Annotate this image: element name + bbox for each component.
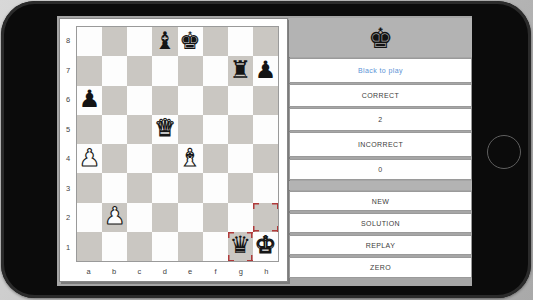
square-c6[interactable] [127, 86, 152, 115]
square-a1[interactable] [77, 232, 102, 261]
square-e3[interactable] [178, 173, 203, 202]
square-g6[interactable] [228, 86, 253, 115]
square-a8[interactable] [77, 27, 102, 56]
square-e6[interactable] [178, 86, 203, 115]
square-e5[interactable] [178, 115, 203, 144]
zero-button[interactable]: ZERO [289, 257, 472, 278]
black-king-e8[interactable]: ♚ [179, 29, 201, 53]
rank-label-2: 2 [60, 203, 76, 233]
square-g5[interactable] [228, 115, 253, 144]
square-e7[interactable] [178, 56, 203, 85]
square-a3[interactable] [77, 173, 102, 202]
square-g1[interactable]: ♛ [228, 232, 253, 261]
square-d5[interactable]: ♛ [152, 115, 177, 144]
square-f7[interactable] [203, 56, 228, 85]
rank-label-8: 8 [60, 26, 76, 56]
rank-label-1: 1 [60, 233, 76, 263]
square-b6[interactable] [102, 86, 127, 115]
home-button[interactable] [487, 135, 521, 169]
square-h8[interactable] [253, 27, 278, 56]
square-g4[interactable] [228, 144, 253, 173]
square-h2[interactable] [253, 203, 278, 232]
square-f1[interactable] [203, 232, 228, 261]
square-d1[interactable] [152, 232, 177, 261]
new-button[interactable]: NEW [289, 191, 472, 211]
incorrect-count: 0 [289, 159, 472, 180]
file-label-b: b [101, 262, 126, 281]
white-king-h1[interactable]: ♚ [255, 233, 277, 257]
square-b3[interactable] [102, 173, 127, 202]
turn-banner: ♚ [289, 18, 472, 57]
black-king-icon: ♚ [368, 25, 393, 53]
square-g7[interactable]: ♜ [228, 56, 253, 85]
correct-count: 2 [289, 108, 472, 131]
file-label-h: h [254, 262, 279, 281]
square-c7[interactable] [127, 56, 152, 85]
square-f6[interactable] [203, 86, 228, 115]
replay-button[interactable]: REPLAY [289, 235, 472, 255]
square-h1[interactable]: ♚ [253, 232, 278, 261]
file-label-c: c [127, 262, 152, 281]
square-c4[interactable] [127, 144, 152, 173]
white-bishop-e4[interactable]: ♝ [179, 146, 201, 170]
square-c5[interactable] [127, 115, 152, 144]
incorrect-label: INCORRECT [289, 132, 472, 157]
square-a4[interactable]: ♟ [77, 144, 102, 173]
white-pawn-b2[interactable]: ♟ [104, 204, 126, 228]
square-h3[interactable] [253, 173, 278, 202]
rank-label-7: 7 [60, 56, 76, 86]
white-queen-d5[interactable]: ♛ [154, 116, 176, 140]
square-c1[interactable] [127, 232, 152, 261]
black-pawn-h7[interactable]: ♟ [255, 58, 277, 82]
square-h6[interactable] [253, 86, 278, 115]
square-h4[interactable] [253, 144, 278, 173]
square-e1[interactable] [178, 232, 203, 261]
file-label-g: g [228, 262, 253, 281]
rank-label-5: 5 [60, 115, 76, 145]
black-rook-g7[interactable]: ♜ [230, 58, 252, 82]
chess-board: 87654321 ♝♚♜♟♟♛♟♝♟♛♚ abcdefgh [59, 18, 288, 282]
square-h7[interactable]: ♟ [253, 56, 278, 85]
square-e4[interactable]: ♝ [178, 144, 203, 173]
app-screen: 87654321 ♝♚♜♟♟♛♟♝♟♛♚ abcdefgh ♚ Black to… [57, 16, 472, 286]
square-f2[interactable] [203, 203, 228, 232]
side-panel: ♚ Black to play CORRECT 2 INCORRECT 0 NE… [289, 18, 472, 284]
black-pawn-a6[interactable]: ♟ [79, 87, 101, 111]
square-b8[interactable] [102, 27, 127, 56]
square-b1[interactable] [102, 232, 127, 261]
square-a5[interactable] [77, 115, 102, 144]
square-h5[interactable] [253, 115, 278, 144]
black-bishop-d8[interactable]: ♝ [154, 29, 176, 53]
square-c2[interactable] [127, 203, 152, 232]
board-grid: ♝♚♜♟♟♛♟♝♟♛♚ [76, 26, 279, 262]
separator-bar [289, 181, 472, 190]
white-pawn-a4[interactable]: ♟ [79, 146, 101, 170]
square-f4[interactable] [203, 144, 228, 173]
solution-button[interactable]: SOLUTION [289, 213, 472, 233]
square-a2[interactable] [77, 203, 102, 232]
file-labels: abcdefgh [76, 262, 279, 281]
turn-indicator: Black to play [289, 58, 472, 83]
square-d2[interactable] [152, 203, 177, 232]
file-label-e: e [178, 262, 203, 281]
app-screenshot: 87654321 ♝♚♜♟♟♛♟♝♟♛♚ abcdefgh ♚ Black to… [0, 0, 533, 300]
square-d4[interactable] [152, 144, 177, 173]
square-f5[interactable] [203, 115, 228, 144]
rank-labels: 87654321 [60, 26, 76, 262]
square-a6[interactable]: ♟ [77, 86, 102, 115]
square-f3[interactable] [203, 173, 228, 202]
file-label-f: f [203, 262, 228, 281]
rank-label-4: 4 [60, 144, 76, 174]
square-f8[interactable] [203, 27, 228, 56]
black-queen-g1[interactable]: ♛ [230, 233, 252, 257]
rank-label-3: 3 [60, 174, 76, 204]
square-d6[interactable] [152, 86, 177, 115]
square-g8[interactable] [228, 27, 253, 56]
file-label-d: d [152, 262, 177, 281]
rank-label-6: 6 [60, 85, 76, 115]
square-e8[interactable]: ♚ [178, 27, 203, 56]
square-b5[interactable] [102, 115, 127, 144]
square-a7[interactable] [77, 56, 102, 85]
square-b4[interactable] [102, 144, 127, 173]
file-label-a: a [76, 262, 101, 281]
square-g2[interactable] [228, 203, 253, 232]
correct-label: CORRECT [289, 84, 472, 107]
square-b2[interactable]: ♟ [102, 203, 127, 232]
square-e2[interactable] [178, 203, 203, 232]
square-c3[interactable] [127, 173, 152, 202]
square-d8[interactable]: ♝ [152, 27, 177, 56]
square-b7[interactable] [102, 56, 127, 85]
square-d7[interactable] [152, 56, 177, 85]
square-d3[interactable] [152, 173, 177, 202]
square-c8[interactable] [127, 27, 152, 56]
square-g3[interactable] [228, 173, 253, 202]
